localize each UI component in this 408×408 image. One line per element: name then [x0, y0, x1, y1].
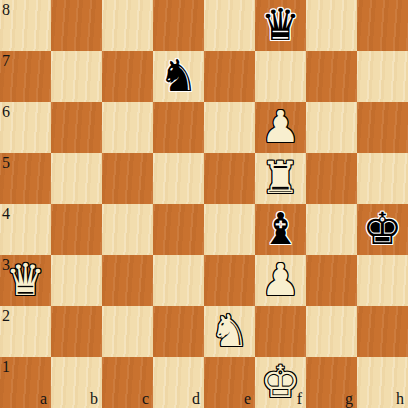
square-h1[interactable]: h	[357, 357, 408, 408]
square-e8[interactable]	[204, 0, 255, 51]
square-h2[interactable]	[357, 306, 408, 357]
square-e1[interactable]: e	[204, 357, 255, 408]
square-a2[interactable]: 2	[0, 306, 51, 357]
black-queen-f8[interactable]: ♛	[261, 0, 300, 50]
square-f8[interactable]: ♛	[255, 0, 306, 51]
square-c2[interactable]	[102, 306, 153, 357]
square-b7[interactable]	[51, 51, 102, 102]
chess-board: 8♛7♞6♟5♜4♝♚3♛♟2♞1abcdef♚gh	[0, 0, 408, 408]
square-c8[interactable]	[102, 0, 153, 51]
square-g8[interactable]	[306, 0, 357, 51]
file-label-c: c	[142, 391, 149, 407]
square-d4[interactable]	[153, 204, 204, 255]
rank-label-7: 7	[2, 53, 10, 69]
file-label-g: g	[345, 391, 353, 407]
square-c4[interactable]	[102, 204, 153, 255]
square-f3[interactable]: ♟	[255, 255, 306, 306]
rank-label-4: 4	[2, 206, 10, 222]
square-e3[interactable]	[204, 255, 255, 306]
square-f1[interactable]: f♚	[255, 357, 306, 408]
square-c6[interactable]	[102, 102, 153, 153]
square-d2[interactable]	[153, 306, 204, 357]
square-g6[interactable]	[306, 102, 357, 153]
white-king-f1[interactable]: ♚	[261, 356, 300, 407]
square-a6[interactable]: 6	[0, 102, 51, 153]
square-g1[interactable]: g	[306, 357, 357, 408]
white-pawn-f3[interactable]: ♟	[261, 254, 300, 305]
square-h8[interactable]	[357, 0, 408, 51]
square-c5[interactable]	[102, 153, 153, 204]
square-c1[interactable]: c	[102, 357, 153, 408]
square-b3[interactable]	[51, 255, 102, 306]
square-b8[interactable]	[51, 0, 102, 51]
square-d6[interactable]	[153, 102, 204, 153]
square-a1[interactable]: 1a	[0, 357, 51, 408]
square-h4[interactable]: ♚	[357, 204, 408, 255]
square-f2[interactable]	[255, 306, 306, 357]
square-d5[interactable]	[153, 153, 204, 204]
square-g2[interactable]	[306, 306, 357, 357]
square-g3[interactable]	[306, 255, 357, 306]
rank-label-6: 6	[2, 104, 10, 120]
square-a8[interactable]: 8	[0, 0, 51, 51]
rank-label-5: 5	[2, 155, 10, 171]
file-label-e: e	[244, 391, 251, 407]
square-h7[interactable]	[357, 51, 408, 102]
square-b6[interactable]	[51, 102, 102, 153]
square-b1[interactable]: b	[51, 357, 102, 408]
rank-label-8: 8	[2, 2, 10, 18]
square-e4[interactable]	[204, 204, 255, 255]
file-label-d: d	[192, 391, 200, 407]
file-label-h: h	[396, 391, 404, 407]
square-b4[interactable]	[51, 204, 102, 255]
file-label-a: a	[40, 391, 47, 407]
square-e2[interactable]: ♞	[204, 306, 255, 357]
square-f7[interactable]	[255, 51, 306, 102]
square-g4[interactable]	[306, 204, 357, 255]
black-king-h4[interactable]: ♚	[363, 203, 402, 254]
rank-label-2: 2	[2, 308, 10, 324]
square-f6[interactable]: ♟	[255, 102, 306, 153]
file-label-b: b	[90, 391, 98, 407]
square-c7[interactable]	[102, 51, 153, 102]
rank-label-1: 1	[2, 359, 10, 375]
white-queen-a3[interactable]: ♛	[6, 254, 45, 305]
square-d8[interactable]	[153, 0, 204, 51]
black-knight-d7[interactable]: ♞	[159, 50, 198, 101]
square-c3[interactable]	[102, 255, 153, 306]
square-g5[interactable]	[306, 153, 357, 204]
square-f5[interactable]: ♜	[255, 153, 306, 204]
square-e5[interactable]	[204, 153, 255, 204]
square-d1[interactable]: d	[153, 357, 204, 408]
chess-board-container: 8♛7♞6♟5♜4♝♚3♛♟2♞1abcdef♚gh	[0, 0, 408, 408]
square-a7[interactable]: 7	[0, 51, 51, 102]
white-rook-f5[interactable]: ♜	[261, 152, 300, 203]
square-e7[interactable]	[204, 51, 255, 102]
square-a5[interactable]: 5	[0, 153, 51, 204]
square-d7[interactable]: ♞	[153, 51, 204, 102]
square-f4[interactable]: ♝	[255, 204, 306, 255]
black-bishop-f4[interactable]: ♝	[261, 203, 300, 254]
square-b2[interactable]	[51, 306, 102, 357]
white-knight-e2[interactable]: ♞	[210, 305, 249, 356]
square-h3[interactable]	[357, 255, 408, 306]
white-pawn-f6[interactable]: ♟	[261, 101, 300, 152]
square-g7[interactable]	[306, 51, 357, 102]
square-e6[interactable]	[204, 102, 255, 153]
square-h5[interactable]	[357, 153, 408, 204]
square-a4[interactable]: 4	[0, 204, 51, 255]
square-a3[interactable]: 3♛	[0, 255, 51, 306]
square-h6[interactable]	[357, 102, 408, 153]
square-d3[interactable]	[153, 255, 204, 306]
square-b5[interactable]	[51, 153, 102, 204]
